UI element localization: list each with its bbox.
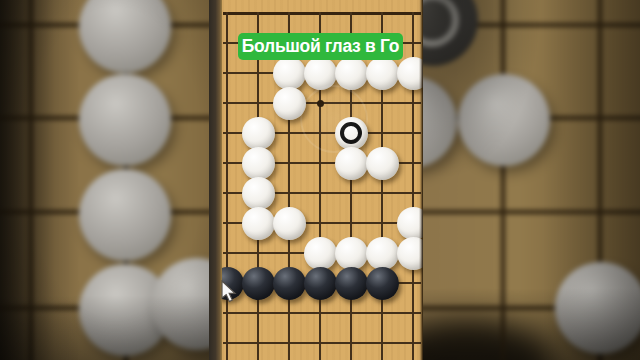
background-grid-line bbox=[423, 210, 640, 214]
white-stone bbox=[366, 237, 399, 270]
shorts-video-frame: Большой глаз в Го bbox=[0, 0, 640, 360]
black-stone bbox=[366, 267, 399, 300]
background-stone bbox=[79, 0, 171, 73]
black-stone bbox=[242, 267, 275, 300]
board-right-edge bbox=[419, 0, 423, 360]
white-stone bbox=[242, 207, 275, 240]
white-stone bbox=[242, 117, 275, 150]
background-shadow bbox=[423, 320, 553, 360]
background-stone bbox=[79, 74, 171, 166]
title-badge: Большой глаз в Го bbox=[238, 33, 403, 60]
black-stone bbox=[304, 267, 337, 300]
grid-line bbox=[223, 12, 421, 15]
white-stone bbox=[242, 177, 275, 210]
mouse-cursor-icon bbox=[221, 280, 237, 303]
go-lesson-video[interactable]: Большой глаз в Го bbox=[209, 0, 423, 360]
grid-line bbox=[226, 12, 228, 360]
background-stone bbox=[423, 76, 457, 168]
white-stone bbox=[366, 57, 399, 90]
white-stone bbox=[273, 57, 306, 90]
blurred-background-right bbox=[423, 0, 640, 360]
board-left-edge bbox=[209, 0, 222, 360]
grid-line bbox=[223, 312, 421, 314]
white-stone bbox=[242, 147, 275, 180]
grid-line bbox=[223, 342, 421, 344]
blurred-background-left bbox=[0, 0, 209, 360]
background-grid-line bbox=[29, 0, 33, 360]
white-stone bbox=[273, 207, 306, 240]
black-stone bbox=[273, 267, 306, 300]
background-stone bbox=[79, 169, 171, 261]
background-stone bbox=[458, 74, 550, 166]
background-grid-line bbox=[501, 0, 505, 360]
background-board-left bbox=[0, 0, 209, 360]
background-last-move-marker bbox=[423, 0, 459, 47]
white-stone bbox=[335, 237, 368, 270]
background-stone bbox=[555, 262, 640, 354]
white-stone bbox=[366, 147, 399, 180]
background-board-right bbox=[423, 0, 640, 360]
white-stone bbox=[304, 237, 337, 270]
hover-highlight-ring bbox=[300, 85, 368, 153]
black-stone bbox=[335, 267, 368, 300]
background-stone bbox=[423, 0, 478, 66]
